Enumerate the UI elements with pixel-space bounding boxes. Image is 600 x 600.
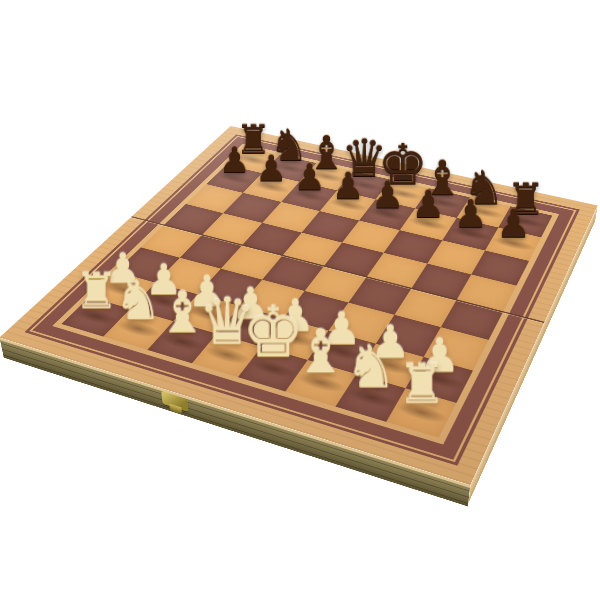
piece-shadow <box>232 153 274 168</box>
piece-shadow <box>268 161 311 176</box>
piece-shadow <box>325 197 370 214</box>
piece-shadow <box>502 213 549 231</box>
white-king[interactable]: ♚ <box>247 278 299 369</box>
piece-shadow <box>405 215 452 233</box>
piece-shadow <box>213 171 257 187</box>
photo-background: Folding wooden chess set on a white back… <box>0 0 600 600</box>
perspective-wrapper: ♜♞♝♛♚♝♞♜♟♟♟♟♟♟♟♟♜♞♝♛♚♝♞♜♟♟♟♟♟♟♟♟ <box>0 0 600 600</box>
piece-shadow <box>420 194 465 211</box>
piece-shadow <box>304 169 348 185</box>
piece-shadow <box>287 188 332 205</box>
white-rook[interactable]: ♜ <box>394 317 449 412</box>
piece-shadow <box>447 225 495 244</box>
white-bishop[interactable]: ♝ <box>295 290 348 382</box>
piece-shadow <box>460 203 506 220</box>
piece-shadow <box>365 206 411 224</box>
piece-shadow <box>249 179 293 195</box>
chess-board: ♜♞♝♛♚♝♞♜♟♟♟♟♟♟♟♟♜♞♝♛♚♝♞♜♟♟♟♟♟♟♟♟ <box>0 126 598 485</box>
piece-shadow <box>489 234 537 253</box>
piece-shadow <box>342 177 386 193</box>
piece-shadow <box>380 186 425 203</box>
white-knight[interactable]: ♞ <box>344 304 398 398</box>
